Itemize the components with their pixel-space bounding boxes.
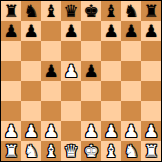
white-knight-piece[interactable]: ♞: [23, 141, 38, 161]
square-h8[interactable]: ♜: [141, 1, 161, 21]
black-pawn-piece[interactable]: ♟: [3, 21, 18, 41]
square-f7[interactable]: ♟: [101, 21, 121, 41]
square-c7[interactable]: [41, 21, 61, 41]
white-king-piece[interactable]: ♚: [83, 141, 98, 161]
white-pawn-piece[interactable]: ♟: [103, 121, 118, 141]
square-g3[interactable]: [121, 101, 141, 121]
square-a3[interactable]: [1, 101, 21, 121]
white-pawn-piece[interactable]: ♟: [23, 121, 38, 141]
black-pawn-piece[interactable]: ♟: [83, 61, 98, 81]
white-pawn-piece[interactable]: ♟: [143, 121, 158, 141]
square-a8[interactable]: ♜: [1, 1, 21, 21]
square-a7[interactable]: ♟: [1, 21, 21, 41]
square-g6[interactable]: [121, 41, 141, 61]
square-d7[interactable]: ♟: [61, 21, 81, 41]
black-pawn-piece[interactable]: ♟: [103, 21, 118, 41]
black-bishop-piece[interactable]: ♝: [103, 1, 118, 21]
black-pawn-piece[interactable]: ♟: [23, 21, 38, 41]
square-h7[interactable]: ♟: [141, 21, 161, 41]
black-knight-piece[interactable]: ♞: [123, 1, 138, 21]
white-bishop-piece[interactable]: ♝: [43, 141, 58, 161]
square-a1[interactable]: ♜: [1, 141, 21, 161]
square-g1[interactable]: ♞: [121, 141, 141, 161]
black-pawn-piece[interactable]: ♟: [43, 61, 58, 81]
square-d8[interactable]: ♛: [61, 1, 81, 21]
square-c1[interactable]: ♝: [41, 141, 61, 161]
square-f6[interactable]: [101, 41, 121, 61]
square-f1[interactable]: ♝: [101, 141, 121, 161]
square-c4[interactable]: [41, 81, 61, 101]
black-rook-piece[interactable]: ♜: [143, 1, 158, 21]
square-h4[interactable]: [141, 81, 161, 101]
square-a4[interactable]: [1, 81, 21, 101]
square-d2[interactable]: [61, 121, 81, 141]
square-d4[interactable]: [61, 81, 81, 101]
black-bishop-piece[interactable]: ♝: [43, 1, 58, 21]
black-pawn-piece[interactable]: ♟: [143, 21, 158, 41]
black-queen-piece[interactable]: ♛: [63, 1, 78, 21]
white-bishop-piece[interactable]: ♝: [103, 141, 118, 161]
square-h3[interactable]: [141, 101, 161, 121]
square-e7[interactable]: [81, 21, 101, 41]
square-b2[interactable]: ♟: [21, 121, 41, 141]
square-c3[interactable]: [41, 101, 61, 121]
chess-board: ♜♞♝♛♚♝♞♜♟♟♟♟♟♟♟♟♟♟♟♟♟♟♟♟♜♞♝♛♚♝♞♜: [0, 0, 162, 162]
square-f4[interactable]: [101, 81, 121, 101]
square-g8[interactable]: ♞: [121, 1, 141, 21]
square-d5[interactable]: ♟: [61, 61, 81, 81]
square-b8[interactable]: ♞: [21, 1, 41, 21]
square-b6[interactable]: [21, 41, 41, 61]
white-knight-piece[interactable]: ♞: [123, 141, 138, 161]
square-b7[interactable]: ♟: [21, 21, 41, 41]
square-b1[interactable]: ♞: [21, 141, 41, 161]
square-c8[interactable]: ♝: [41, 1, 61, 21]
square-b3[interactable]: [21, 101, 41, 121]
square-e1[interactable]: ♚: [81, 141, 101, 161]
square-h5[interactable]: [141, 61, 161, 81]
white-pawn-piece[interactable]: ♟: [123, 121, 138, 141]
square-h6[interactable]: [141, 41, 161, 61]
square-f8[interactable]: ♝: [101, 1, 121, 21]
square-e6[interactable]: [81, 41, 101, 61]
white-pawn-piece[interactable]: ♟: [3, 121, 18, 141]
black-king-piece[interactable]: ♚: [83, 1, 98, 21]
square-f5[interactable]: [101, 61, 121, 81]
square-b4[interactable]: [21, 81, 41, 101]
square-h2[interactable]: ♟: [141, 121, 161, 141]
square-e5[interactable]: ♟: [81, 61, 101, 81]
black-knight-piece[interactable]: ♞: [23, 1, 38, 21]
square-c6[interactable]: [41, 41, 61, 61]
square-a6[interactable]: [1, 41, 21, 61]
square-a2[interactable]: ♟: [1, 121, 21, 141]
black-pawn-piece[interactable]: ♟: [63, 21, 78, 41]
white-pawn-piece[interactable]: ♟: [63, 61, 78, 81]
square-d3[interactable]: [61, 101, 81, 121]
square-d1[interactable]: ♛: [61, 141, 81, 161]
square-e8[interactable]: ♚: [81, 1, 101, 21]
white-pawn-piece[interactable]: ♟: [83, 121, 98, 141]
square-f3[interactable]: [101, 101, 121, 121]
square-c5[interactable]: ♟: [41, 61, 61, 81]
square-g7[interactable]: ♟: [121, 21, 141, 41]
square-g2[interactable]: ♟: [121, 121, 141, 141]
square-f2[interactable]: ♟: [101, 121, 121, 141]
square-a5[interactable]: [1, 61, 21, 81]
white-rook-piece[interactable]: ♜: [3, 141, 18, 161]
square-b5[interactable]: [21, 61, 41, 81]
square-g5[interactable]: [121, 61, 141, 81]
square-e2[interactable]: ♟: [81, 121, 101, 141]
black-rook-piece[interactable]: ♜: [3, 1, 18, 21]
square-d6[interactable]: [61, 41, 81, 61]
white-queen-piece[interactable]: ♛: [63, 141, 78, 161]
square-e3[interactable]: [81, 101, 101, 121]
white-pawn-piece[interactable]: ♟: [43, 121, 58, 141]
square-h1[interactable]: ♜: [141, 141, 161, 161]
white-rook-piece[interactable]: ♜: [143, 141, 158, 161]
square-g4[interactable]: [121, 81, 141, 101]
black-pawn-piece[interactable]: ♟: [123, 21, 138, 41]
square-e4[interactable]: [81, 81, 101, 101]
square-c2[interactable]: ♟: [41, 121, 61, 141]
